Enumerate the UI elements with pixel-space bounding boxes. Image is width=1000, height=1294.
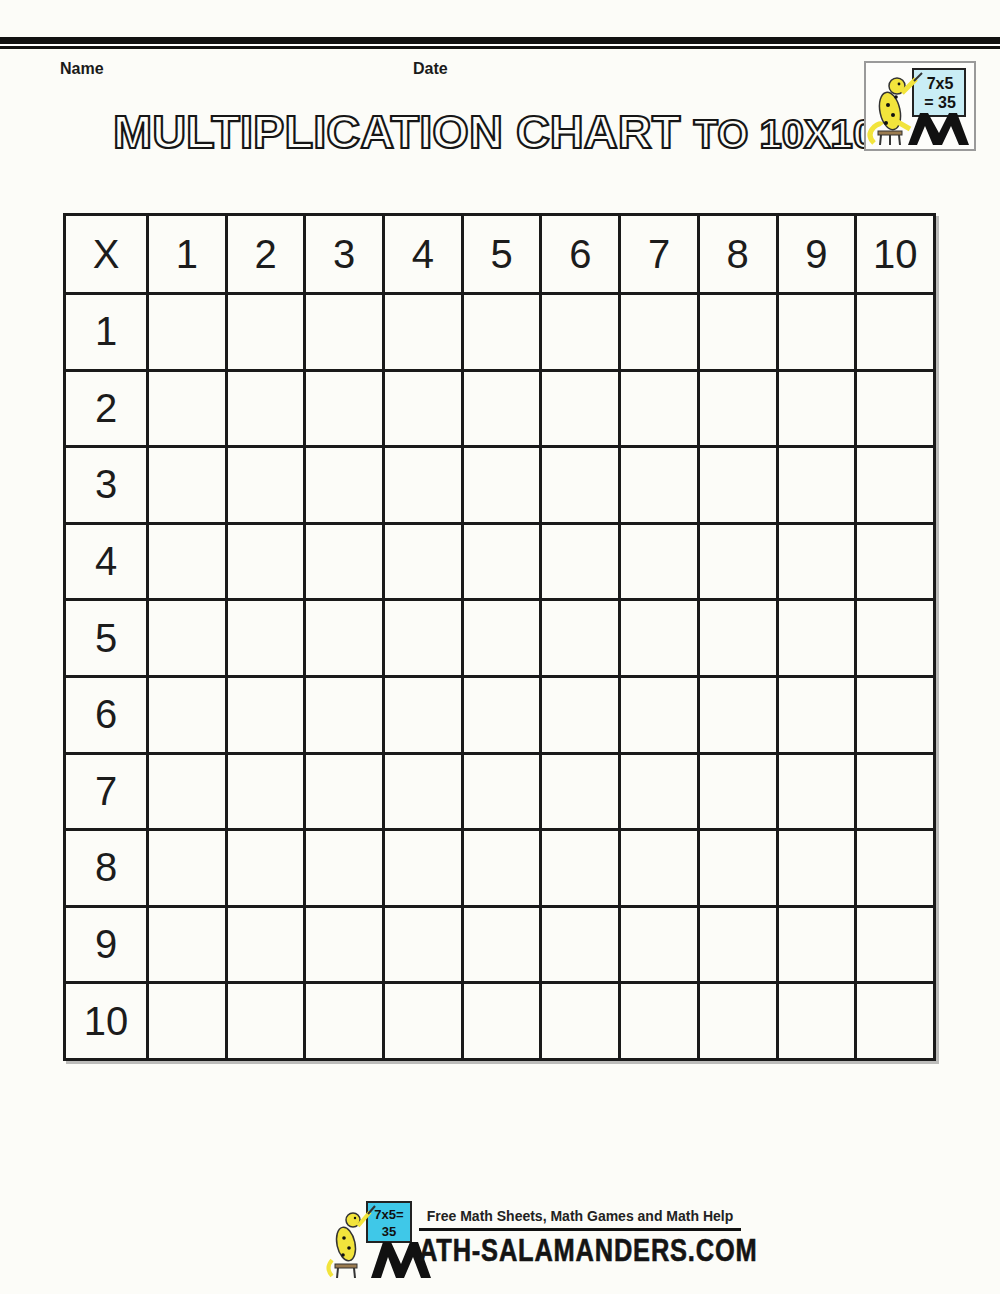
answer-cell-5x4[interactable] xyxy=(385,601,461,675)
answer-cell-10x10[interactable] xyxy=(857,984,933,1058)
answer-cell-6x9[interactable] xyxy=(779,678,855,752)
answer-cell-4x10[interactable] xyxy=(857,525,933,599)
answer-cell-6x7[interactable] xyxy=(621,678,697,752)
footer-site-name: ATH-SALAMANDERS.COM xyxy=(419,1233,757,1269)
answer-cell-4x5[interactable] xyxy=(464,525,540,599)
footer-tagline: Free Math Sheets, Math Games and Math He… xyxy=(419,1198,741,1224)
answer-cell-5x6[interactable] xyxy=(542,601,618,675)
answer-cell-7x2[interactable] xyxy=(228,755,304,829)
row-header-1: 1 xyxy=(66,295,146,369)
answer-cell-7x5[interactable] xyxy=(464,755,540,829)
answer-cell-2x7[interactable] xyxy=(621,372,697,446)
row-header-9: 9 xyxy=(66,908,146,982)
answer-cell-3x4[interactable] xyxy=(385,448,461,522)
answer-cell-8x6[interactable] xyxy=(542,831,618,905)
answer-cell-4x9[interactable] xyxy=(779,525,855,599)
salamander-logo-icon: 7x5 = 35 xyxy=(866,63,974,149)
answer-cell-7x7[interactable] xyxy=(621,755,697,829)
answer-cell-6x1[interactable] xyxy=(149,678,225,752)
answer-cell-6x6[interactable] xyxy=(542,678,618,752)
answer-cell-8x7[interactable] xyxy=(621,831,697,905)
chalkboard-equation-line2: = 35 xyxy=(924,94,956,111)
answer-cell-1x2[interactable] xyxy=(228,295,304,369)
answer-cell-7x4[interactable] xyxy=(385,755,461,829)
answer-cell-8x9[interactable] xyxy=(779,831,855,905)
answer-cell-3x6[interactable] xyxy=(542,448,618,522)
col-header-2: 2 xyxy=(228,216,304,292)
footer-rule xyxy=(419,1228,741,1231)
col-header-3: 3 xyxy=(306,216,382,292)
answer-cell-4x7[interactable] xyxy=(621,525,697,599)
answer-cell-3x1[interactable] xyxy=(149,448,225,522)
col-header-8: 8 xyxy=(700,216,776,292)
date-label: Date xyxy=(413,60,448,78)
answer-cell-10x9[interactable] xyxy=(779,984,855,1058)
answer-cell-2x4[interactable] xyxy=(385,372,461,446)
answer-cell-4x1[interactable] xyxy=(149,525,225,599)
row-header-8: 8 xyxy=(66,831,146,905)
answer-cell-4x3[interactable] xyxy=(306,525,382,599)
answer-cell-1x10[interactable] xyxy=(857,295,933,369)
col-header-4: 4 xyxy=(385,216,461,292)
answer-cell-9x10[interactable] xyxy=(857,908,933,982)
name-label: Name xyxy=(60,60,104,78)
col-header-5: 5 xyxy=(464,216,540,292)
answer-cell-3x10[interactable] xyxy=(857,448,933,522)
answer-cell-7x3[interactable] xyxy=(306,755,382,829)
footer-equation-line2: 35 xyxy=(382,1224,396,1239)
answer-cell-5x10[interactable] xyxy=(857,601,933,675)
answer-cell-3x5[interactable] xyxy=(464,448,540,522)
answer-cell-9x9[interactable] xyxy=(779,908,855,982)
answer-cell-1x7[interactable] xyxy=(621,295,697,369)
row-header-7: 7 xyxy=(66,755,146,829)
salamander-eye xyxy=(898,83,901,86)
answer-cell-6x3[interactable] xyxy=(306,678,382,752)
answer-cell-5x3[interactable] xyxy=(306,601,382,675)
answer-cell-2x1[interactable] xyxy=(149,372,225,446)
top-double-rule xyxy=(0,37,1000,49)
math-salamanders-logo: 7x5 = 35 xyxy=(864,61,976,151)
answer-cell-4x8[interactable] xyxy=(700,525,776,599)
answer-cell-2x9[interactable] xyxy=(779,372,855,446)
answer-cell-9x5[interactable] xyxy=(464,908,540,982)
answer-cell-1x3[interactable] xyxy=(306,295,382,369)
answer-cell-1x1[interactable] xyxy=(149,295,225,369)
answer-cell-9x7[interactable] xyxy=(621,908,697,982)
answer-cell-8x3[interactable] xyxy=(306,831,382,905)
answer-cell-3x3[interactable] xyxy=(306,448,382,522)
answer-cell-8x5[interactable] xyxy=(464,831,540,905)
answer-cell-2x6[interactable] xyxy=(542,372,618,446)
col-header-6: 6 xyxy=(542,216,618,292)
answer-cell-2x5[interactable] xyxy=(464,372,540,446)
page-title-suffix: TO 10X10 xyxy=(693,112,875,156)
answer-cell-8x4[interactable] xyxy=(385,831,461,905)
answer-cell-9x1[interactable] xyxy=(149,908,225,982)
answer-cell-3x9[interactable] xyxy=(779,448,855,522)
col-header-10: 10 xyxy=(857,216,933,292)
answer-cell-9x2[interactable] xyxy=(228,908,304,982)
answer-cell-4x2[interactable] xyxy=(228,525,304,599)
chalkboard-equation-line1: 7x5 xyxy=(927,75,954,92)
answer-cell-8x1[interactable] xyxy=(149,831,225,905)
grid-corner-x: X xyxy=(66,216,146,292)
answer-cell-5x7[interactable] xyxy=(621,601,697,675)
answer-cell-5x2[interactable] xyxy=(228,601,304,675)
answer-cell-1x4[interactable] xyxy=(385,295,461,369)
answer-cell-4x4[interactable] xyxy=(385,525,461,599)
answer-cell-3x8[interactable] xyxy=(700,448,776,522)
answer-cell-9x8[interactable] xyxy=(700,908,776,982)
answer-cell-10x3[interactable] xyxy=(306,984,382,1058)
col-header-7: 7 xyxy=(621,216,697,292)
answer-cell-5x1[interactable] xyxy=(149,601,225,675)
answer-cell-1x6[interactable] xyxy=(542,295,618,369)
answer-cell-10x2[interactable] xyxy=(228,984,304,1058)
row-header-2: 2 xyxy=(66,372,146,446)
page-title-main: MULTIPLICATION CHART xyxy=(113,105,693,158)
answer-cell-5x8[interactable] xyxy=(700,601,776,675)
stool xyxy=(878,131,902,135)
answer-cell-7x6[interactable] xyxy=(542,755,618,829)
col-header-9: 9 xyxy=(779,216,855,292)
page-title: MULTIPLICATION CHART TO 10X10 xyxy=(113,104,833,159)
answer-cell-6x4[interactable] xyxy=(385,678,461,752)
answer-cell-8x10[interactable] xyxy=(857,831,933,905)
answer-cell-10x8[interactable] xyxy=(700,984,776,1058)
answer-cell-8x2[interactable] xyxy=(228,831,304,905)
row-header-3: 3 xyxy=(66,448,146,522)
answer-cell-1x8[interactable] xyxy=(700,295,776,369)
answer-cell-1x9[interactable] xyxy=(779,295,855,369)
answer-cell-10x4[interactable] xyxy=(385,984,461,1058)
answer-cell-6x2[interactable] xyxy=(228,678,304,752)
answer-cell-6x5[interactable] xyxy=(464,678,540,752)
answer-cell-3x2[interactable] xyxy=(228,448,304,522)
answer-cell-2x3[interactable] xyxy=(306,372,382,446)
row-header-4: 4 xyxy=(66,525,146,599)
answer-cell-5x9[interactable] xyxy=(779,601,855,675)
answer-cell-9x3[interactable] xyxy=(306,908,382,982)
answer-cell-10x7[interactable] xyxy=(621,984,697,1058)
answer-cell-3x7[interactable] xyxy=(621,448,697,522)
answer-cell-8x8[interactable] xyxy=(700,831,776,905)
multiplication-grid: X1234567891012345678910 xyxy=(63,213,936,1061)
answer-cell-10x1[interactable] xyxy=(149,984,225,1058)
answer-cell-7x9[interactable] xyxy=(779,755,855,829)
answer-cell-10x5[interactable] xyxy=(464,984,540,1058)
answer-cell-4x6[interactable] xyxy=(542,525,618,599)
answer-cell-9x4[interactable] xyxy=(385,908,461,982)
col-header-1: 1 xyxy=(149,216,225,292)
answer-cell-9x6[interactable] xyxy=(542,908,618,982)
answer-cell-10x6[interactable] xyxy=(542,984,618,1058)
answer-cell-2x10[interactable] xyxy=(857,372,933,446)
answer-cell-2x8[interactable] xyxy=(700,372,776,446)
answer-cell-5x5[interactable] xyxy=(464,601,540,675)
row-header-6: 6 xyxy=(66,678,146,752)
logo-m-letter xyxy=(908,113,969,145)
row-header-5: 5 xyxy=(66,601,146,675)
answer-cell-6x8[interactable] xyxy=(700,678,776,752)
answer-cell-2x2[interactable] xyxy=(228,372,304,446)
answer-cell-7x1[interactable] xyxy=(149,755,225,829)
answer-cell-7x10[interactable] xyxy=(857,755,933,829)
footer: 7x5= 35 Free Math Sheets, Math Games and… xyxy=(325,1198,741,1282)
answer-cell-6x10[interactable] xyxy=(857,678,933,752)
footer-equation-line1: 7x5= xyxy=(374,1207,404,1222)
answer-cell-7x8[interactable] xyxy=(700,755,776,829)
answer-cell-1x5[interactable] xyxy=(464,295,540,369)
row-header-10: 10 xyxy=(66,984,146,1058)
